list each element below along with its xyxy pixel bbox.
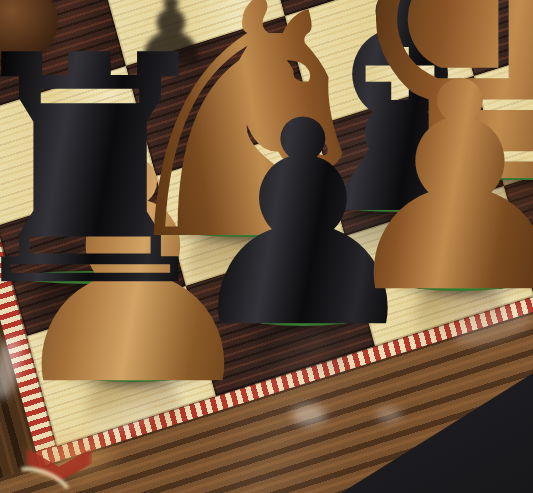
pawn-glyph: ♟ <box>331 45 533 333</box>
chess-board-photo: ♟ ♟ ♜ ♞ ♝ ♚ ♟ ♟ <box>0 0 533 493</box>
